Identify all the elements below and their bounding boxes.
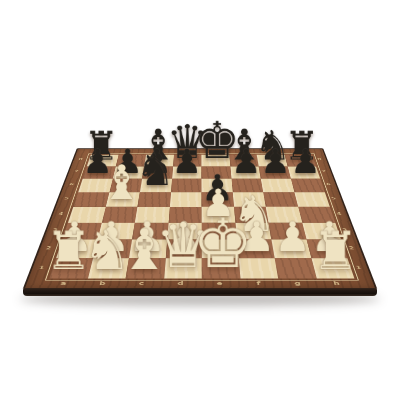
- square-f4: [234, 207, 269, 223]
- square-c8: ♝: [144, 155, 174, 167]
- file-label-c: c: [121, 279, 161, 288]
- square-h6: [291, 179, 325, 192]
- square-b5: ♝: [105, 192, 139, 207]
- square-a6: [78, 179, 112, 192]
- square-e6: [201, 179, 232, 192]
- square-a7: ♟: [83, 166, 116, 178]
- square-g2: ♟: [271, 240, 311, 259]
- square-h8: ♜: [284, 155, 316, 167]
- perspective-scene: abcdefgh 87654321 87654321 ♜♝♛♚♝♞♜♟♟♟♟♟♟…: [55, 61, 346, 352]
- square-g4: [266, 207, 302, 223]
- square-h1: ♜: [311, 258, 354, 278]
- square-g1: [275, 258, 317, 278]
- square-f8: ♝: [229, 155, 259, 167]
- square-d7: ♟: [172, 166, 202, 178]
- file-labels: abcdefgh: [42, 279, 357, 288]
- square-a8: ♜: [87, 155, 119, 167]
- square-b7: ♟: [112, 166, 144, 178]
- square-f6: [231, 179, 263, 192]
- square-d6: [171, 179, 202, 192]
- square-f2: ♟: [237, 240, 275, 259]
- square-f7: ♟: [230, 166, 261, 178]
- square-f5: [232, 192, 265, 207]
- square-g7: ♟: [259, 166, 291, 178]
- square-d4: [168, 207, 201, 223]
- square-c7: ♟: [142, 166, 173, 178]
- board-wooden-frame: abcdefgh 87654321 87654321 ♜♝♛♚♝♞♜♟♟♟♟♟♟…: [23, 148, 378, 289]
- square-g6: [261, 179, 294, 192]
- square-h5: [294, 192, 330, 207]
- square-a4: [68, 207, 105, 223]
- square-d2: ♟: [165, 240, 201, 259]
- square-g3: [268, 222, 306, 239]
- file-label-f: f: [239, 279, 279, 288]
- square-e8: ♚: [201, 155, 230, 167]
- file-label-e: e: [200, 279, 239, 288]
- square-b4: [101, 207, 137, 223]
- square-b2: ♟: [93, 240, 132, 259]
- board-pinstripe-border: ♜♝♛♚♝♞♜♟♟♟♟♟♟♟♞♝♟♟♞♟♟♟♟♟♟♟♜♞♝♛♚♜: [45, 154, 359, 281]
- square-a1: ♜: [49, 258, 92, 278]
- square-c1: ♝: [126, 258, 166, 278]
- square-e2: [202, 240, 238, 259]
- square-a3: [62, 222, 101, 239]
- square-e5: ♟: [202, 192, 234, 207]
- square-e7: [201, 166, 231, 178]
- square-d8: ♛: [173, 155, 202, 167]
- file-label-b: b: [82, 279, 123, 288]
- product-photo-background: abcdefgh 87654321 87654321 ♜♝♛♚♝♞♜♟♟♟♟♟♟…: [0, 0, 400, 400]
- square-h3: [302, 222, 341, 239]
- square-d3: [167, 222, 202, 239]
- square-b3: [97, 222, 135, 239]
- square-a2: ♟: [56, 240, 97, 259]
- square-h4: [298, 207, 335, 223]
- square-f1: [238, 258, 278, 278]
- piece-black-king-e8: ♚: [195, 115, 237, 166]
- square-f3: ♞: [235, 222, 271, 239]
- square-c5: [137, 192, 170, 207]
- square-b6: [109, 179, 142, 192]
- file-label-a: a: [42, 279, 84, 288]
- board-squares-grid: ♜♝♛♚♝♞♜♟♟♟♟♟♟♟♞♝♟♟♞♟♟♟♟♟♟♟♜♞♝♛♚♜: [49, 155, 354, 279]
- square-c4: [135, 207, 170, 223]
- chess-board: abcdefgh 87654321 87654321 ♜♝♛♚♝♞♜♟♟♟♟♟♟…: [23, 148, 378, 289]
- square-h7: ♟: [287, 166, 320, 178]
- square-g5: [263, 192, 298, 207]
- square-d1: ♛: [164, 258, 202, 278]
- square-e4: ♟: [202, 207, 235, 223]
- square-c3: [132, 222, 168, 239]
- square-b8: [116, 155, 147, 167]
- square-d5: [170, 192, 202, 207]
- square-e3: [202, 222, 237, 239]
- file-label-h: h: [316, 279, 358, 288]
- file-label-d: d: [161, 279, 200, 288]
- square-a5: [73, 192, 109, 207]
- square-e1: ♚: [202, 258, 240, 278]
- square-c2: ♟: [129, 240, 167, 259]
- square-b1: ♞: [87, 258, 128, 278]
- square-c6: ♞: [140, 179, 172, 192]
- file-label-g: g: [277, 279, 318, 288]
- square-h2: ♟: [306, 240, 347, 259]
- square-g8: ♞: [257, 155, 288, 167]
